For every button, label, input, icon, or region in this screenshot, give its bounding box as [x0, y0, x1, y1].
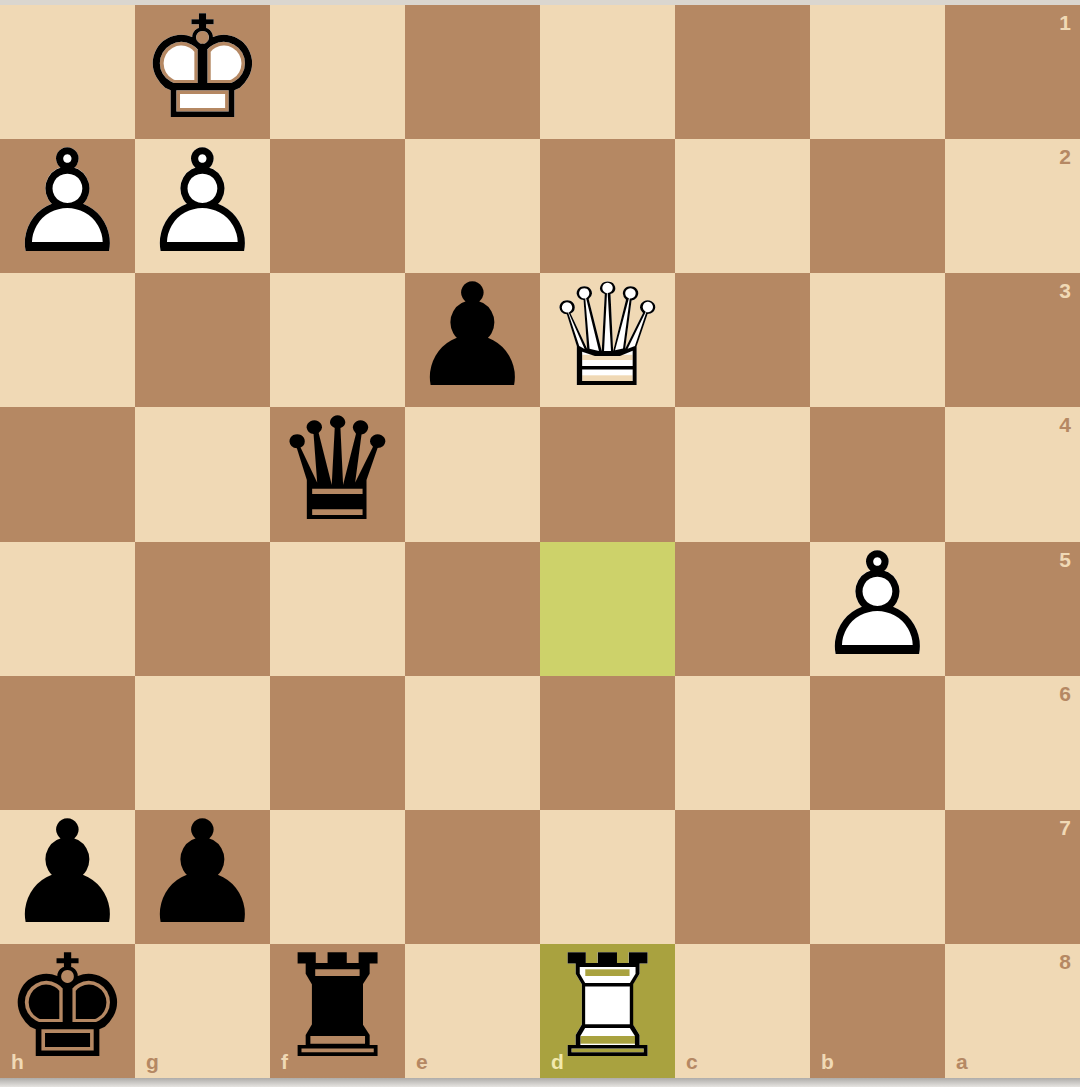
rank-label-4: 4 — [1059, 414, 1071, 435]
black-rook-glyph: ♜ — [274, 936, 401, 1078]
square-c8[interactable]: c — [675, 944, 810, 1078]
square-g7[interactable]: ♟ — [135, 810, 270, 944]
square-f1[interactable] — [270, 5, 405, 139]
window-bottom-edge — [0, 1078, 1080, 1087]
black-queen-glyph: ♛ — [274, 399, 401, 541]
chess-board: ♚♔1♟♙♟♙2♟♛♕3♛4♟♙56♟♟7h♚gf♜ed♜♖cb8a — [0, 5, 1080, 1078]
file-label-g: g — [146, 1051, 159, 1072]
square-e1[interactable] — [405, 5, 540, 139]
black-pawn-glyph: ♟ — [409, 265, 536, 407]
black-rook[interactable]: ♜ — [270, 944, 405, 1078]
chess-app-window: ♚♔1♟♙♟♙2♟♛♕3♛4♟♙56♟♟7h♚gf♜ed♜♖cb8a — [0, 0, 1080, 1087]
square-c3[interactable] — [675, 273, 810, 407]
square-f6[interactable] — [270, 676, 405, 810]
square-e7[interactable] — [405, 810, 540, 944]
white-pawn[interactable]: ♟♙ — [0, 139, 135, 273]
square-b6[interactable] — [810, 676, 945, 810]
square-d5[interactable] — [540, 542, 675, 676]
white-rook[interactable]: ♜♖ — [540, 944, 675, 1078]
square-e4[interactable] — [405, 407, 540, 541]
black-pawn-glyph: ♟ — [4, 802, 131, 944]
square-d3[interactable]: ♛♕ — [540, 273, 675, 407]
square-f5[interactable] — [270, 542, 405, 676]
square-c2[interactable] — [675, 139, 810, 273]
black-queen[interactable]: ♛ — [270, 407, 405, 541]
file-label-e: e — [416, 1051, 428, 1072]
square-h5[interactable] — [0, 542, 135, 676]
square-a1[interactable]: 1 — [945, 5, 1080, 139]
square-f2[interactable] — [270, 139, 405, 273]
square-c5[interactable] — [675, 542, 810, 676]
rank-label-2: 2 — [1059, 146, 1071, 167]
rank-label-8: 8 — [1059, 951, 1071, 972]
square-g2[interactable]: ♟♙ — [135, 139, 270, 273]
rank-label-5: 5 — [1059, 549, 1071, 570]
square-f4[interactable]: ♛ — [270, 407, 405, 541]
square-a7[interactable]: 7 — [945, 810, 1080, 944]
square-a2[interactable]: 2 — [945, 139, 1080, 273]
square-c1[interactable] — [675, 5, 810, 139]
black-king-glyph: ♚ — [4, 936, 131, 1078]
square-a8[interactable]: 8a — [945, 944, 1080, 1078]
rank-label-3: 3 — [1059, 280, 1071, 301]
square-b2[interactable] — [810, 139, 945, 273]
black-pawn-glyph: ♟ — [139, 802, 266, 944]
black-king[interactable]: ♚ — [0, 944, 135, 1078]
square-b7[interactable] — [810, 810, 945, 944]
square-h3[interactable] — [0, 273, 135, 407]
rank-label-6: 6 — [1059, 683, 1071, 704]
square-b8[interactable]: b — [810, 944, 945, 1078]
square-g5[interactable] — [135, 542, 270, 676]
white-queen[interactable]: ♛♕ — [540, 273, 675, 407]
white-pawn[interactable]: ♟♙ — [810, 542, 945, 676]
square-a5[interactable]: 5 — [945, 542, 1080, 676]
file-label-b: b — [821, 1051, 834, 1072]
rank-label-7: 7 — [1059, 817, 1071, 838]
square-f8[interactable]: f♜ — [270, 944, 405, 1078]
square-e6[interactable] — [405, 676, 540, 810]
black-pawn[interactable]: ♟ — [135, 810, 270, 944]
square-g4[interactable] — [135, 407, 270, 541]
square-h4[interactable] — [0, 407, 135, 541]
rank-label-1: 1 — [1059, 12, 1071, 33]
square-b1[interactable] — [810, 5, 945, 139]
square-g8[interactable]: g — [135, 944, 270, 1078]
square-c7[interactable] — [675, 810, 810, 944]
white-pawn-outline-glyph: ♙ — [4, 131, 131, 273]
square-a4[interactable]: 4 — [945, 407, 1080, 541]
square-a3[interactable]: 3 — [945, 273, 1080, 407]
file-label-c: c — [686, 1051, 698, 1072]
square-d1[interactable] — [540, 5, 675, 139]
white-pawn[interactable]: ♟♙ — [135, 139, 270, 273]
square-e8[interactable]: e — [405, 944, 540, 1078]
file-label-a: a — [956, 1051, 968, 1072]
square-e5[interactable] — [405, 542, 540, 676]
square-d6[interactable] — [540, 676, 675, 810]
white-pawn-outline-glyph: ♙ — [139, 131, 266, 273]
square-h8[interactable]: h♚ — [0, 944, 135, 1078]
white-queen-outline-glyph: ♕ — [544, 265, 671, 407]
white-pawn-outline-glyph: ♙ — [814, 533, 941, 675]
square-e3[interactable]: ♟ — [405, 273, 540, 407]
square-g3[interactable] — [135, 273, 270, 407]
white-rook-outline-glyph: ♖ — [544, 936, 671, 1078]
square-c6[interactable] — [675, 676, 810, 810]
black-pawn[interactable]: ♟ — [405, 273, 540, 407]
square-d4[interactable] — [540, 407, 675, 541]
square-c4[interactable] — [675, 407, 810, 541]
square-a6[interactable]: 6 — [945, 676, 1080, 810]
square-b3[interactable] — [810, 273, 945, 407]
square-d8[interactable]: d♜♖ — [540, 944, 675, 1078]
square-b5[interactable]: ♟♙ — [810, 542, 945, 676]
square-h2[interactable]: ♟♙ — [0, 139, 135, 273]
